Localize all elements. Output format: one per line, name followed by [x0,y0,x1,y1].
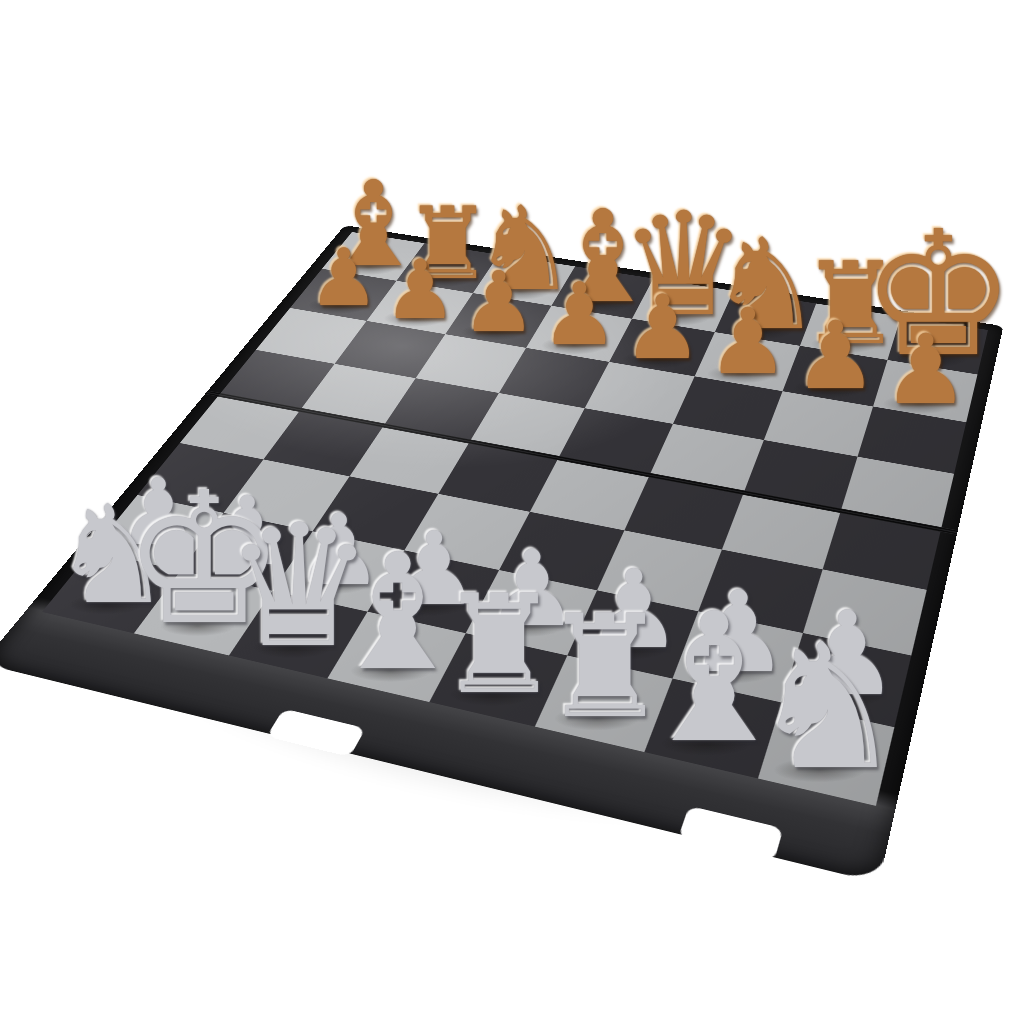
piece-gold-pawn-a7[interactable]: ♟ [304,238,383,317]
piece-gold-pawn-h7[interactable]: ♟ [878,322,974,418]
piece-gold-pawn-g7[interactable]: ♟ [789,309,882,402]
piece-gold-pawn-b7[interactable]: ♟ [380,249,461,330]
piece-gold-pawn-f7[interactable]: ♟ [702,297,793,388]
piece-gold-pawn-d7[interactable]: ♟ [537,272,623,358]
piece-gold-pawn-e7[interactable]: ♟ [618,284,706,372]
piece-gold-pawn-c7[interactable]: ♟ [457,261,541,345]
piece-silver-knight-h1[interactable]: ♞ [741,621,914,794]
product-photo-scene: ♝♜♞♝♛♞♜♚♟♟♟♟♟♟♟♟♟♟♟♟♟♟♟♟♞♚♛♝♜♜♝♞ [0,0,1024,1024]
